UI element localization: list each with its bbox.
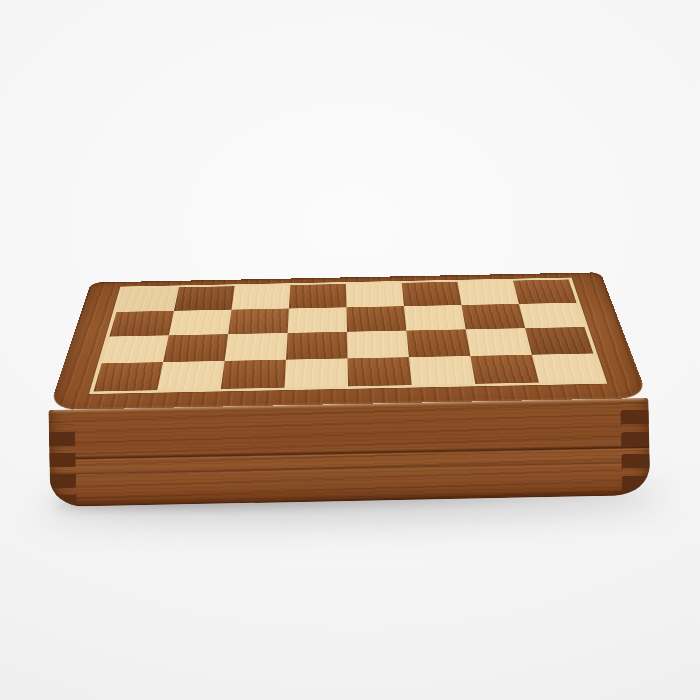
board-square-dark [163, 334, 228, 362]
board-square-dark [221, 359, 286, 389]
board-square-light [347, 331, 409, 359]
lid-seam-secondary [50, 459, 650, 477]
board-inlay-border [89, 278, 607, 395]
board-square-light [288, 307, 347, 333]
board-square-light [532, 353, 603, 382]
board-square-dark [461, 304, 525, 330]
board-square-light [284, 358, 348, 388]
studio-background [0, 0, 700, 700]
board-square-light [231, 285, 290, 309]
board-square-light [102, 335, 169, 363]
board-square-dark [513, 279, 576, 303]
board-square-dark [174, 286, 235, 310]
board-square-light [409, 356, 475, 385]
board-square-dark [286, 332, 347, 360]
board-square-dark [402, 282, 462, 306]
board-square-light [157, 361, 224, 391]
board-square-light [117, 287, 179, 311]
box-lid [48, 272, 648, 410]
chess-box [46, 260, 651, 508]
board-square-dark [228, 308, 289, 334]
board-square-light [169, 309, 232, 335]
board-square-dark [347, 357, 411, 386]
board-square-dark [94, 362, 164, 392]
lid-seam [49, 444, 649, 462]
board-square-light [519, 302, 585, 328]
checkerboard [94, 279, 603, 391]
board-square-light [404, 305, 466, 331]
finger-joint-right [620, 402, 650, 492]
board-square-dark [109, 311, 174, 337]
board-square-light [466, 328, 532, 355]
board-frame [48, 272, 648, 410]
board-square-dark [525, 327, 593, 354]
board-square-dark [289, 284, 346, 308]
finger-joint-left [49, 424, 77, 506]
board-square-dark [346, 306, 406, 332]
board-square-dark [470, 354, 539, 383]
box-front-side [48, 398, 650, 507]
board-square-light [225, 333, 288, 361]
board-square-light [457, 281, 519, 305]
board-square-dark [406, 329, 470, 357]
board-square-light [346, 283, 404, 307]
